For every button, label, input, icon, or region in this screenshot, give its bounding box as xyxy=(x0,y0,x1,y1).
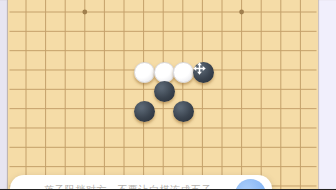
black-stone xyxy=(173,101,194,122)
avatar-circle[interactable] xyxy=(235,179,266,190)
app-screen: 落子阻挡对方，不要让白棋连成五子 xyxy=(0,0,336,189)
move-cursor-icon xyxy=(193,62,206,75)
white-stone xyxy=(154,62,175,83)
gomoku-board[interactable] xyxy=(8,0,318,189)
star-point xyxy=(239,10,244,15)
hint-text: 落子阻挡对方，不要让白棋连成五子 xyxy=(44,184,234,190)
black-stone xyxy=(134,101,155,122)
white-stone xyxy=(134,62,155,83)
screen-left-gutter xyxy=(0,0,8,189)
screen-right-gutter xyxy=(318,0,336,189)
black-stone xyxy=(154,81,175,102)
black-stone-with-cursor[interactable] xyxy=(193,62,214,83)
message-panel: 落子阻挡对方，不要让白棋连成五子 xyxy=(10,175,272,189)
star-point xyxy=(82,10,87,15)
